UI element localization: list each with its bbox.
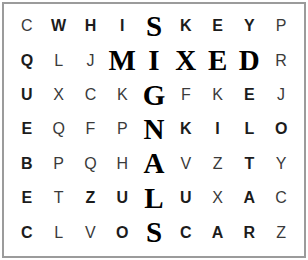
- grid-cell: L: [43, 43, 75, 77]
- grid-cell: E: [233, 78, 265, 112]
- grid-cell: V: [75, 216, 107, 250]
- grid-cell: E: [11, 181, 43, 215]
- grid-cell: Q: [11, 43, 43, 77]
- grid-cell: C: [170, 216, 202, 250]
- grid-cell: R: [265, 43, 297, 77]
- grid-cell: C: [265, 181, 297, 215]
- grid-cell: G: [138, 78, 170, 112]
- word-search-grid: CWHISKEYPQLJMIXEDRUXCKGFKEJEQFPNKILOBPQH…: [4, 4, 304, 256]
- grid-cell: E: [11, 112, 43, 146]
- grid-cell: W: [43, 9, 75, 43]
- grid-cell: O: [265, 112, 297, 146]
- grid-cell: I: [202, 112, 234, 146]
- grid-cell: F: [170, 78, 202, 112]
- grid-cell: F: [75, 112, 107, 146]
- grid-cell: H: [75, 9, 107, 43]
- grid-cell: D: [233, 43, 265, 77]
- grid-cell: O: [106, 216, 138, 250]
- grid-cell: U: [170, 181, 202, 215]
- grid-cell: K: [202, 78, 234, 112]
- grid-cell: J: [265, 78, 297, 112]
- grid-cell: T: [233, 147, 265, 181]
- grid-cell: A: [233, 181, 265, 215]
- grid-cell: A: [202, 216, 234, 250]
- grid-cell: Q: [43, 112, 75, 146]
- grid-cell: S: [138, 216, 170, 250]
- grid-cell: I: [138, 43, 170, 77]
- grid-cell: T: [43, 181, 75, 215]
- grid-cell: A: [138, 147, 170, 181]
- grid-cell: V: [170, 147, 202, 181]
- grid-cell: Y: [233, 9, 265, 43]
- grid-cell: N: [138, 112, 170, 146]
- grid-cell: M: [106, 43, 138, 77]
- grid-cell: X: [202, 181, 234, 215]
- grid-cell: Z: [202, 147, 234, 181]
- grid-cell: Q: [75, 147, 107, 181]
- grid-cell: L: [43, 216, 75, 250]
- grid-cell: C: [11, 216, 43, 250]
- grid-cell: U: [11, 78, 43, 112]
- grid-cell: P: [106, 112, 138, 146]
- grid-cell: C: [75, 78, 107, 112]
- grid-cell: P: [43, 147, 75, 181]
- grid-cell: K: [106, 78, 138, 112]
- grid-cell: J: [75, 43, 107, 77]
- grid-cell: H: [106, 147, 138, 181]
- grid-cell: K: [170, 112, 202, 146]
- grid-cell: C: [11, 9, 43, 43]
- grid-cell: X: [170, 43, 202, 77]
- grid-cell: I: [106, 9, 138, 43]
- board-frame: CWHISKEYPQLJMIXEDRUXCKGFKEJEQFPNKILOBPQH…: [2, 2, 306, 258]
- grid-cell: L: [233, 112, 265, 146]
- grid-cell: X: [43, 78, 75, 112]
- grid-cell: Z: [265, 216, 297, 250]
- word-search-board: CWHISKEYPQLJMIXEDRUXCKGFKEJEQFPNKILOBPQH…: [0, 0, 308, 260]
- grid-cell: P: [265, 9, 297, 43]
- grid-cell: U: [106, 181, 138, 215]
- grid-cell: L: [138, 181, 170, 215]
- grid-cell: E: [202, 9, 234, 43]
- grid-cell: Y: [265, 147, 297, 181]
- grid-cell: B: [11, 147, 43, 181]
- grid-cell: E: [202, 43, 234, 77]
- grid-cell: R: [233, 216, 265, 250]
- grid-cell: Z: [75, 181, 107, 215]
- grid-cell: K: [170, 9, 202, 43]
- grid-cell: S: [138, 9, 170, 43]
